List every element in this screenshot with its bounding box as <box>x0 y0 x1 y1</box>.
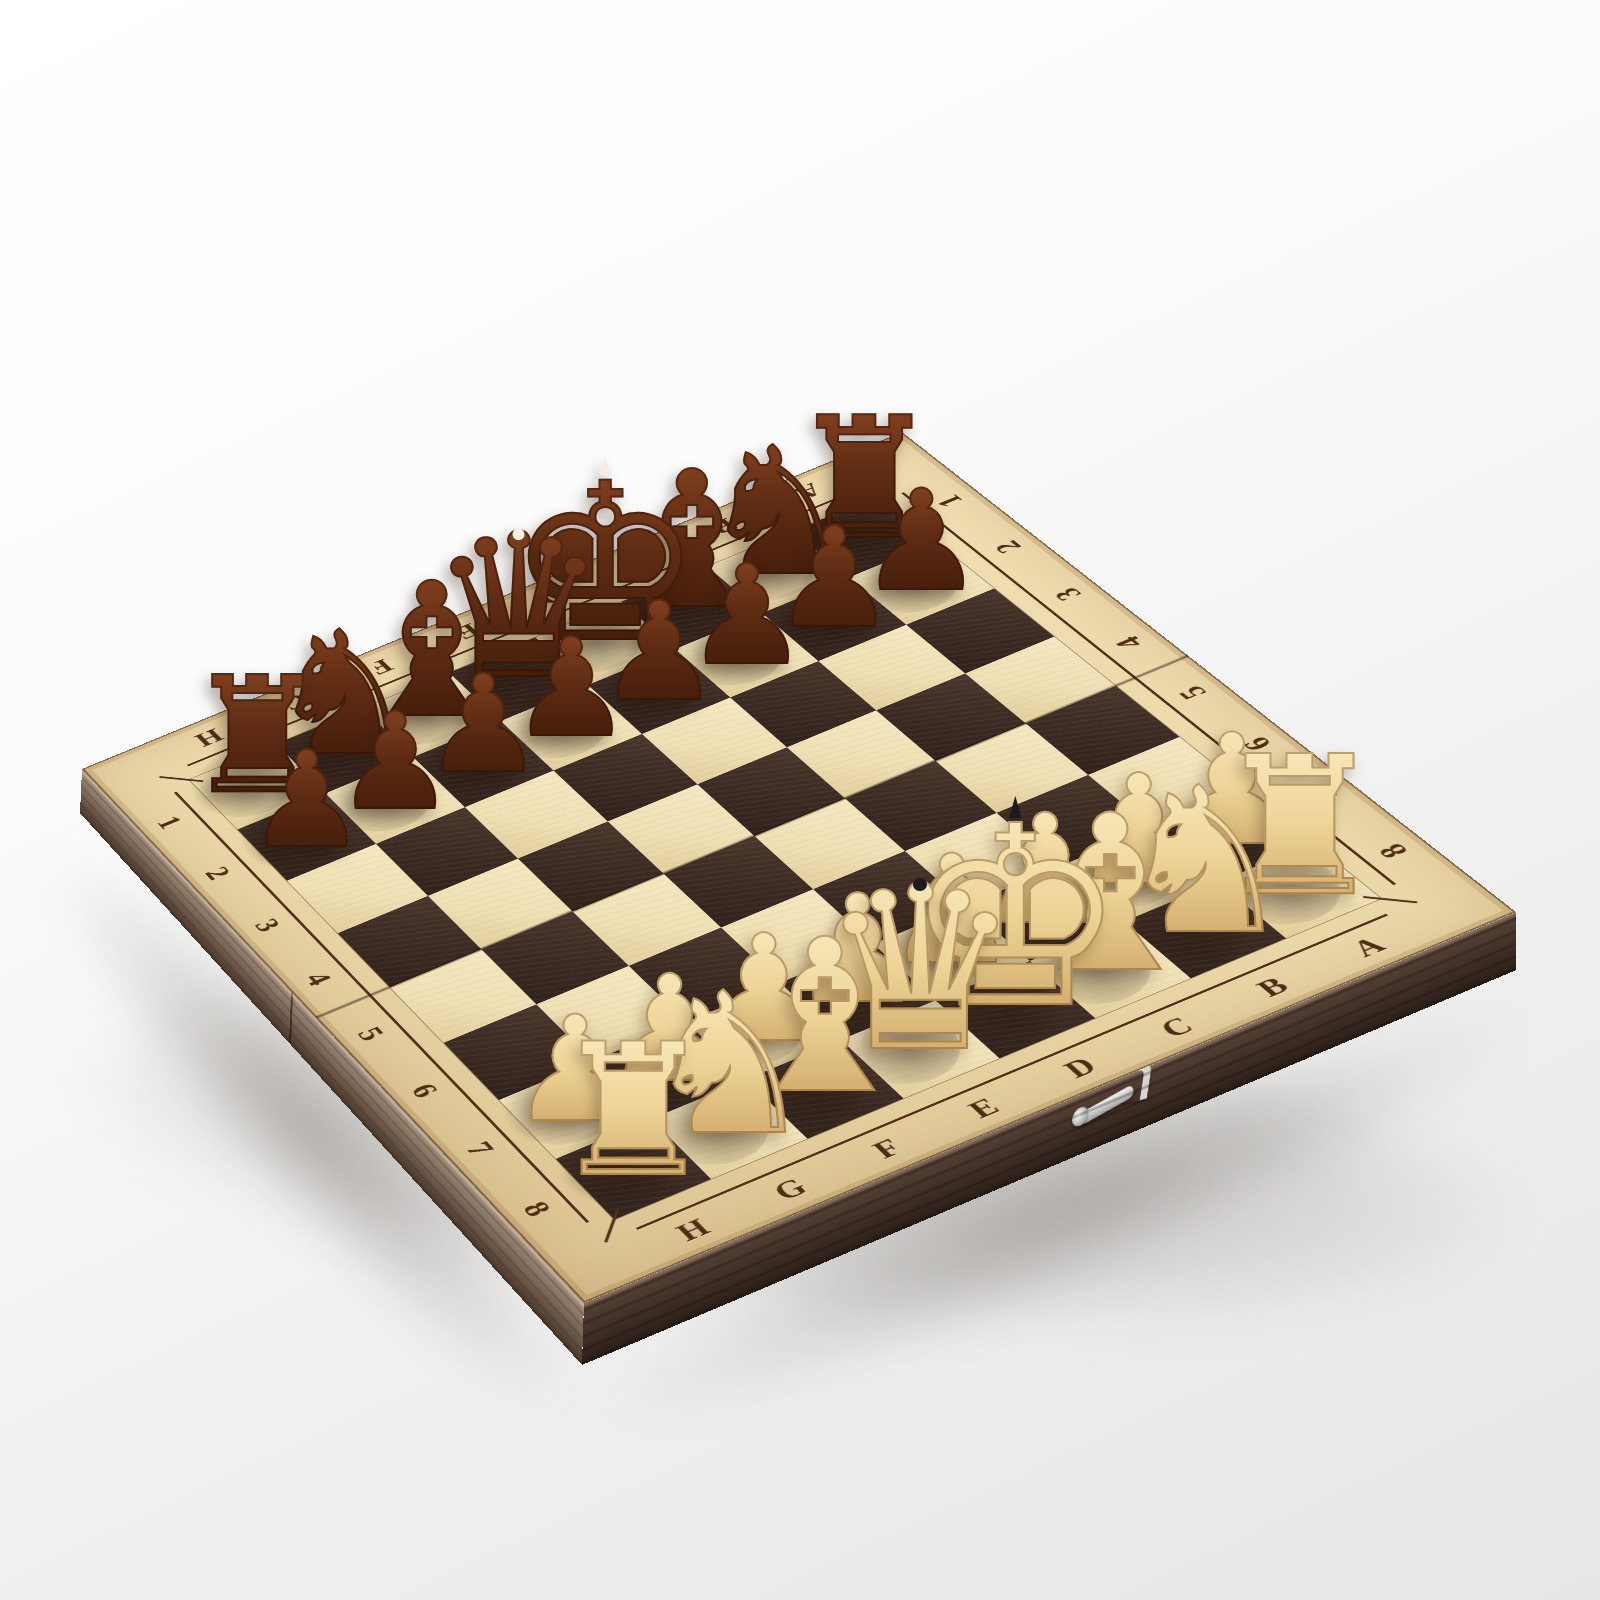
coordinate-file-A-southeast: A <box>1344 932 1392 962</box>
finial-pin-icon <box>513 528 525 540</box>
coordinate-rank-8-northeast: 8 <box>1370 839 1416 862</box>
coordinate-rank-1-northeast: 1 <box>930 491 971 511</box>
coordinate-file-B-southeast: B <box>1250 972 1296 1002</box>
coordinate-file-C-northwest: C <box>618 549 657 574</box>
coordinate-file-G-northwest: G <box>275 689 315 715</box>
coordinate-file-G-southeast: G <box>766 1173 813 1206</box>
coordinate-rank-5-southwest: 5 <box>349 1022 391 1045</box>
coordinate-rank-4-northeast: 4 <box>1108 632 1151 654</box>
coordinate-file-D-northwest: D <box>533 584 572 609</box>
coordinate-file-B-northwest: B <box>704 514 742 538</box>
coordinate-file-F-southeast: F <box>866 1134 909 1164</box>
chess-board[interactable]: 1122334455667788AABBCCDDEEFFGGHH <box>82 432 1516 1303</box>
coordinate-rank-8-southwest: 8 <box>515 1197 560 1222</box>
coordinate-rank-4-southwest: 4 <box>297 968 339 991</box>
fold-seam-rim <box>289 991 293 1045</box>
finial-pin-icon <box>600 456 611 476</box>
coordinate-rank-6-northeast: 6 <box>1236 733 1280 755</box>
coordinate-rank-7-northeast: 7 <box>1302 785 1347 808</box>
coordinate-file-H-northwest: H <box>189 724 228 751</box>
coordinate-file-H-southeast: H <box>670 1214 717 1247</box>
coordinate-rank-2-northeast: 2 <box>987 537 1028 558</box>
coordinate-rank-3-southwest: 3 <box>247 914 288 936</box>
latch-screw <box>1072 1104 1088 1129</box>
coordinate-file-D-southeast: D <box>1057 1052 1104 1083</box>
coordinate-file-E-northwest: E <box>448 619 485 644</box>
coordinate-rank-7-southwest: 7 <box>458 1137 502 1161</box>
coordinate-rank-5-northeast: 5 <box>1171 682 1215 704</box>
scene: 1122334455667788AABBCCDDEEFFGGHH ♜♞♝♚♛♝♞… <box>0 0 1600 1600</box>
coordinate-file-C-southeast: C <box>1153 1012 1201 1043</box>
coordinate-file-A-northwest: A <box>788 479 828 504</box>
coordinate-rank-6-southwest: 6 <box>403 1079 446 1103</box>
coordinate-rank-2-southwest: 2 <box>198 862 238 884</box>
coordinate-file-E-southeast: E <box>961 1093 1006 1124</box>
coordinate-file-F-northwest: F <box>363 655 398 679</box>
coordinate-rank-3-northeast: 3 <box>1047 584 1089 605</box>
coordinate-rank-1-southwest: 1 <box>150 812 190 833</box>
